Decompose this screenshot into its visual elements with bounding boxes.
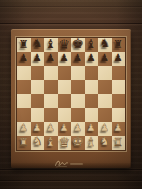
cell-g3 (98, 108, 112, 122)
board-inner-border: ♜♞♝♛♚♝♞♜♟♟♟♟♟♟♟♟♟♟♟♟♟♟♟♟♜♞♝♛♚♝♞♜ (17, 38, 125, 150)
cell-d7: ♟ (58, 52, 72, 66)
cell-g4 (98, 94, 112, 108)
cell-a6 (17, 66, 31, 80)
piece-black-rook-h8[interactable]: ♜ (113, 39, 123, 50)
piece-white-pawn-d2[interactable]: ♟ (60, 123, 69, 133)
cell-e8: ♚ (71, 38, 85, 52)
cell-h7: ♟ (112, 52, 126, 66)
cell-e5 (71, 80, 85, 94)
cell-e6 (71, 66, 85, 80)
cell-g5 (98, 80, 112, 94)
cell-g6 (98, 66, 112, 80)
cell-a3 (17, 108, 31, 122)
cell-h6 (112, 66, 126, 80)
cell-c6 (44, 66, 58, 80)
cell-a8: ♜ (17, 38, 31, 52)
chess-board: ♜♞♝♛♚♝♞♜♟♟♟♟♟♟♟♟♟♟♟♟♟♟♟♟♜♞♝♛♚♝♞♜ (11, 29, 131, 168)
piece-white-bishop-c1[interactable]: ♝ (45, 136, 56, 148)
piece-black-pawn-g7[interactable]: ♟ (100, 53, 109, 63)
piece-white-pawn-g2[interactable]: ♟ (100, 123, 109, 133)
cell-h2: ♟ (112, 122, 126, 136)
piece-black-pawn-b7[interactable]: ♟ (33, 53, 42, 63)
piece-black-pawn-a7[interactable]: ♟ (19, 53, 28, 63)
floor-plank-seam (0, 23, 142, 24)
cell-c8: ♝ (44, 38, 58, 52)
cell-d8: ♛ (58, 38, 72, 52)
piece-black-pawn-d7[interactable]: ♟ (60, 53, 69, 63)
piece-white-knight-g1[interactable]: ♞ (100, 136, 110, 148)
piece-white-pawn-f2[interactable]: ♟ (87, 123, 96, 133)
board-side-edge (11, 163, 131, 168)
cell-a5 (17, 80, 31, 94)
cell-a2: ♟ (17, 122, 31, 136)
piece-black-king-e8[interactable]: ♚ (72, 37, 84, 51)
cell-f3 (85, 108, 99, 122)
cell-d3 (58, 108, 72, 122)
cell-b8: ♞ (31, 38, 45, 52)
piece-white-queen-d1[interactable]: ♛ (58, 136, 70, 149)
cell-b4 (31, 94, 45, 108)
cell-h5 (112, 80, 126, 94)
cell-e1: ♚ (71, 136, 85, 150)
cell-b5 (31, 80, 45, 94)
cell-a7: ♟ (17, 52, 31, 66)
cell-f8: ♝ (85, 38, 99, 52)
cell-g7: ♟ (98, 52, 112, 66)
piece-black-pawn-h7[interactable]: ♟ (114, 53, 123, 63)
piece-white-bishop-f1[interactable]: ♝ (86, 136, 97, 148)
cell-d5 (58, 80, 72, 94)
floor-plank-seam (0, 180, 142, 181)
cell-h1: ♜ (112, 136, 126, 150)
piece-black-knight-g8[interactable]: ♞ (100, 38, 110, 50)
cell-c3 (44, 108, 58, 122)
cell-a1: ♜ (17, 136, 31, 150)
cell-c4 (44, 94, 58, 108)
cell-h4 (112, 94, 126, 108)
cell-b6 (31, 66, 45, 80)
piece-white-knight-b1[interactable]: ♞ (32, 136, 42, 148)
cell-e4 (71, 94, 85, 108)
cell-a4 (17, 94, 31, 108)
cell-e3 (71, 108, 85, 122)
piece-white-pawn-e2[interactable]: ♟ (73, 123, 82, 133)
cell-c5 (44, 80, 58, 94)
floor-plank-seam (0, 6, 142, 7)
cell-c7: ♟ (44, 52, 58, 66)
cell-b3 (31, 108, 45, 122)
cell-g8: ♞ (98, 38, 112, 52)
cell-f6 (85, 66, 99, 80)
cell-d1: ♛ (58, 136, 72, 150)
piece-white-king-e1[interactable]: ♚ (72, 135, 84, 149)
cell-d6 (58, 66, 72, 80)
cell-h3 (112, 108, 126, 122)
piece-black-rook-a8[interactable]: ♜ (19, 39, 29, 50)
cell-f1: ♝ (85, 136, 99, 150)
piece-black-bishop-f8[interactable]: ♝ (86, 38, 97, 50)
board-pieces: ♜♞♝♛♚♝♞♜♟♟♟♟♟♟♟♟♟♟♟♟♟♟♟♟♜♞♝♛♚♝♞♜ (17, 38, 125, 150)
cell-b7: ♟ (31, 52, 45, 66)
cell-e7: ♟ (71, 52, 85, 66)
photo-scene: ♜♞♝♛♚♝♞♜♟♟♟♟♟♟♟♟♟♟♟♟♟♟♟♟♜♞♝♛♚♝♞♜ (0, 0, 142, 189)
cell-g1: ♞ (98, 136, 112, 150)
piece-black-pawn-c7[interactable]: ♟ (46, 53, 55, 63)
piece-black-knight-b8[interactable]: ♞ (32, 38, 42, 50)
cell-d4 (58, 94, 72, 108)
piece-black-pawn-e7[interactable]: ♟ (73, 53, 82, 63)
cell-h8: ♜ (112, 38, 126, 52)
piece-white-pawn-a2[interactable]: ♟ (19, 123, 28, 133)
piece-white-pawn-h2[interactable]: ♟ (114, 123, 123, 133)
cell-b1: ♞ (31, 136, 45, 150)
cell-f7: ♟ (85, 52, 99, 66)
piece-black-pawn-f7[interactable]: ♟ (87, 53, 96, 63)
cell-f2: ♟ (85, 122, 99, 136)
cell-f5 (85, 80, 99, 94)
cell-c2: ♟ (44, 122, 58, 136)
piece-white-pawn-c2[interactable]: ♟ (46, 123, 55, 133)
piece-white-pawn-b2[interactable]: ♟ (33, 123, 42, 133)
cell-c1: ♝ (44, 136, 58, 150)
cell-f4 (85, 94, 99, 108)
piece-white-rook-a1[interactable]: ♜ (19, 137, 29, 148)
piece-black-queen-d8[interactable]: ♛ (58, 38, 70, 51)
piece-black-bishop-c8[interactable]: ♝ (45, 38, 56, 50)
piece-white-rook-h1[interactable]: ♜ (113, 137, 123, 148)
